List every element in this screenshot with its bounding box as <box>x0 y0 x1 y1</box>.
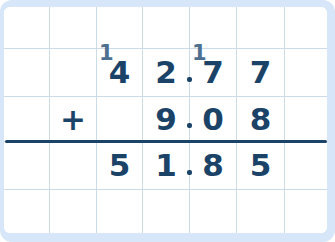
grid-cell-r5c7 <box>285 190 327 233</box>
digit: 8 <box>202 150 224 181</box>
grid-cell-r4c3: 5 <box>97 142 143 190</box>
grid-cell-r3c6: 8 <box>237 97 285 142</box>
plus-operator: + <box>60 104 86 135</box>
grid-cell-r3c2: + <box>50 97 97 142</box>
digit: 9 <box>155 104 177 135</box>
grid-cell-r2c1 <box>4 49 50 97</box>
decimal-point-dot <box>187 170 192 175</box>
grid-cell-r4c4: 1 <box>143 142 190 190</box>
grid-cell-r5c2 <box>50 190 97 233</box>
digit: 0 <box>202 104 224 135</box>
grid-cell-r3c4: 9 <box>143 97 190 142</box>
grid-cell-r1c2 <box>50 7 97 49</box>
grid-cell-r4c7 <box>285 142 327 190</box>
grid-cell-r5c3 <box>97 190 143 233</box>
grid-cell-r4c6: 5 <box>237 142 285 190</box>
carry-digit: 1 <box>192 43 207 64</box>
grid-cell-r2c2 <box>50 49 97 97</box>
addition-grid: 4277+9085185 <box>4 7 327 233</box>
decimal-point-dot <box>187 77 192 82</box>
grid-cell-r3c7 <box>285 97 327 142</box>
grid-cell-r1c4 <box>143 7 190 49</box>
digit: 5 <box>109 150 131 181</box>
digit: 2 <box>155 57 177 88</box>
carry-digit: 1 <box>99 43 114 64</box>
worksheet-card: 4277+9085185 11 <box>0 0 335 242</box>
decimal-point-dot <box>187 123 192 128</box>
grid-cell-r5c4 <box>143 190 190 233</box>
grid-cell-r5c5 <box>190 190 237 233</box>
digit: 1 <box>155 150 177 181</box>
grid-cell-r4c5: 8 <box>190 142 237 190</box>
grid-cell-r3c3 <box>97 97 143 142</box>
grid-cell-r1c1 <box>4 7 50 49</box>
answer-line <box>5 140 327 143</box>
grid-cell-r3c5: 0 <box>190 97 237 142</box>
grid-cell-r1c6 <box>237 7 285 49</box>
digit: 8 <box>250 104 272 135</box>
grid-cell-r4c2 <box>50 142 97 190</box>
grid-cell-r2c6: 7 <box>237 49 285 97</box>
grid-cell-r4c1 <box>4 142 50 190</box>
grid-cell-r5c1 <box>4 190 50 233</box>
grid-cell-r2c4: 2 <box>143 49 190 97</box>
grid-cell-r5c6 <box>237 190 285 233</box>
grid-cell-r1c7 <box>285 7 327 49</box>
grid-cell-r2c7 <box>285 49 327 97</box>
digit: 5 <box>250 150 272 181</box>
grid-cell-r3c1 <box>4 97 50 142</box>
digit: 7 <box>250 57 272 88</box>
